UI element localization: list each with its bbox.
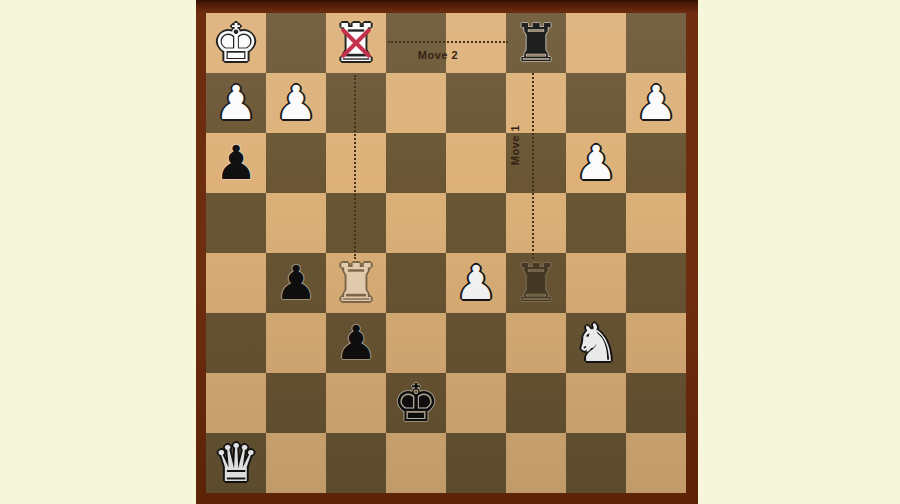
square-b6[interactable] (266, 133, 326, 193)
white-pawn-g6[interactable]: ♟ (575, 133, 617, 193)
square-f5[interactable] (506, 193, 566, 253)
square-h5[interactable] (626, 193, 686, 253)
square-d4[interactable] (386, 253, 446, 313)
square-e2[interactable] (446, 373, 506, 433)
square-g3[interactable]: ♞ (566, 313, 626, 373)
square-c3[interactable]: ♟ (326, 313, 386, 373)
square-g8[interactable] (566, 13, 626, 73)
white-pawn-b7[interactable]: ♟ (275, 73, 317, 133)
square-d7[interactable] (386, 73, 446, 133)
square-b3[interactable] (266, 313, 326, 373)
ghost-black-rook-f4[interactable]: ♜ (513, 253, 560, 313)
board-frame: ♚♜♜♟♟♟♟♟♟♜♟♜♟♞♚♛ Move 2 Move 1 (196, 0, 698, 504)
square-a7[interactable]: ♟ (206, 73, 266, 133)
square-d6[interactable] (386, 133, 446, 193)
square-f7[interactable] (506, 73, 566, 133)
square-e7[interactable] (446, 73, 506, 133)
square-g2[interactable] (566, 373, 626, 433)
square-d2[interactable]: ♚ (386, 373, 446, 433)
square-b8[interactable] (266, 13, 326, 73)
square-a1[interactable]: ♛ (206, 433, 266, 493)
square-c6[interactable] (326, 133, 386, 193)
square-h7[interactable]: ♟ (626, 73, 686, 133)
square-d5[interactable] (386, 193, 446, 253)
white-pawn-a7[interactable]: ♟ (215, 73, 257, 133)
square-a3[interactable] (206, 313, 266, 373)
white-pawn-e4[interactable]: ♟ (455, 253, 497, 313)
white-rook-c8[interactable]: ♜ (333, 13, 380, 73)
square-g4[interactable] (566, 253, 626, 313)
square-f2[interactable] (506, 373, 566, 433)
square-c4[interactable]: ♜ (326, 253, 386, 313)
square-g7[interactable] (566, 73, 626, 133)
square-a6[interactable]: ♟ (206, 133, 266, 193)
square-h1[interactable] (626, 433, 686, 493)
square-f6[interactable] (506, 133, 566, 193)
square-a8[interactable]: ♚ (206, 13, 266, 73)
square-g1[interactable] (566, 433, 626, 493)
black-king-d2[interactable]: ♚ (393, 373, 440, 433)
black-pawn-c3[interactable]: ♟ (335, 313, 377, 373)
square-c1[interactable] (326, 433, 386, 493)
ghost-white-rook-c4[interactable]: ♜ (333, 253, 380, 313)
white-pawn-h7[interactable]: ♟ (635, 73, 677, 133)
square-e5[interactable] (446, 193, 506, 253)
white-queen-a1[interactable]: ♛ (213, 433, 260, 493)
square-c7[interactable] (326, 73, 386, 133)
square-e8[interactable] (446, 13, 506, 73)
square-c8[interactable]: ♜ (326, 13, 386, 73)
square-b5[interactable] (266, 193, 326, 253)
page: ♚♜♜♟♟♟♟♟♟♜♟♜♟♞♚♛ Move 2 Move 1 (0, 0, 900, 504)
square-d1[interactable] (386, 433, 446, 493)
square-c5[interactable] (326, 193, 386, 253)
square-f3[interactable] (506, 313, 566, 373)
square-g6[interactable]: ♟ (566, 133, 626, 193)
square-e1[interactable] (446, 433, 506, 493)
square-b4[interactable]: ♟ (266, 253, 326, 313)
square-b7[interactable]: ♟ (266, 73, 326, 133)
square-a2[interactable] (206, 373, 266, 433)
square-b1[interactable] (266, 433, 326, 493)
black-pawn-b4[interactable]: ♟ (275, 253, 317, 313)
square-f4[interactable]: ♜ (506, 253, 566, 313)
square-e3[interactable] (446, 313, 506, 373)
square-f1[interactable] (506, 433, 566, 493)
square-h2[interactable] (626, 373, 686, 433)
square-e6[interactable] (446, 133, 506, 193)
square-a4[interactable] (206, 253, 266, 313)
square-h3[interactable] (626, 313, 686, 373)
square-h4[interactable] (626, 253, 686, 313)
square-h8[interactable] (626, 13, 686, 73)
chess-board: ♚♜♜♟♟♟♟♟♟♜♟♜♟♞♚♛ (206, 13, 686, 493)
square-d3[interactable] (386, 313, 446, 373)
white-king-a8[interactable]: ♚ (213, 13, 260, 73)
square-f8[interactable]: ♜ (506, 13, 566, 73)
square-d8[interactable] (386, 13, 446, 73)
square-e4[interactable]: ♟ (446, 253, 506, 313)
white-knight-g3[interactable]: ♞ (573, 313, 620, 373)
square-h6[interactable] (626, 133, 686, 193)
square-b2[interactable] (266, 373, 326, 433)
square-c2[interactable] (326, 373, 386, 433)
square-g5[interactable] (566, 193, 626, 253)
black-pawn-a6[interactable]: ♟ (215, 133, 257, 193)
black-rook-f8[interactable]: ♜ (513, 13, 560, 73)
square-a5[interactable] (206, 193, 266, 253)
